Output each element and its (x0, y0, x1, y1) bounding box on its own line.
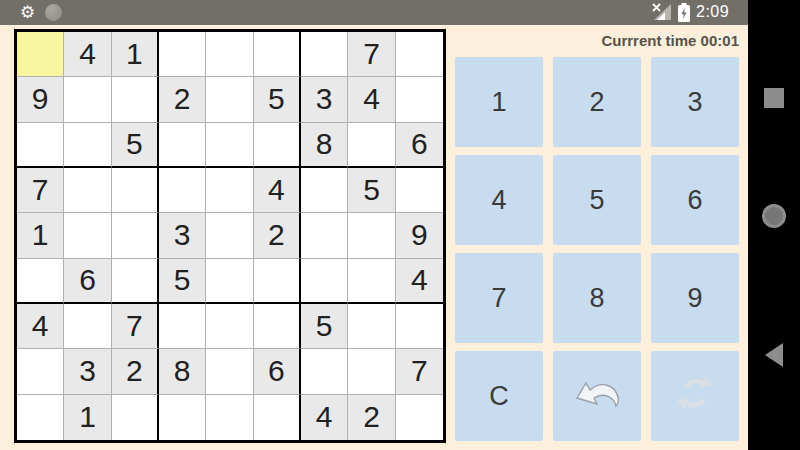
sudoku-cell-r3c3[interactable]: 5 (112, 123, 159, 168)
back-button[interactable] (748, 333, 800, 377)
sudoku-cell-r7c6[interactable] (254, 304, 301, 349)
sudoku-cell-r9c2[interactable]: 1 (64, 395, 111, 440)
sudoku-cell-r1c9[interactable] (396, 32, 443, 77)
key-undo[interactable] (553, 351, 641, 441)
sudoku-cell-r1c4[interactable] (159, 32, 206, 77)
sudoku-cell-r5c9[interactable]: 9 (396, 213, 443, 258)
sudoku-cell-r7c4[interactable] (159, 304, 206, 349)
sudoku-cell-r8c9[interactable]: 7 (396, 349, 443, 394)
key-2[interactable]: 2 (553, 57, 641, 147)
key-9[interactable]: 9 (651, 253, 739, 343)
key-8[interactable]: 8 (553, 253, 641, 343)
sudoku-app: ⚙ 2:09 41792534586745132965447532867142 … (0, 0, 748, 450)
sudoku-cell-r8c5[interactable] (206, 349, 253, 394)
sudoku-cell-r1c3[interactable]: 1 (112, 32, 159, 77)
sudoku-cell-r6c3[interactable] (112, 259, 159, 304)
sudoku-cell-r6c9[interactable]: 4 (396, 259, 443, 304)
sudoku-cell-r6c7[interactable] (301, 259, 348, 304)
notification-dot-icon (45, 4, 62, 21)
sudoku-cell-r8c6[interactable]: 6 (254, 349, 301, 394)
sudoku-cell-r6c1[interactable] (17, 259, 64, 304)
sudoku-cell-r4c8[interactable]: 5 (348, 168, 395, 213)
sudoku-cell-r2c4[interactable]: 2 (159, 77, 206, 122)
sudoku-cell-r9c9[interactable] (396, 395, 443, 440)
sudoku-cell-r2c2[interactable] (64, 77, 111, 122)
no-signal-icon (652, 3, 672, 21)
recents-button[interactable] (748, 76, 800, 120)
sudoku-cell-r2c7[interactable]: 3 (301, 77, 348, 122)
sudoku-cell-r6c4[interactable]: 5 (159, 259, 206, 304)
key-6[interactable]: 6 (651, 155, 739, 245)
sudoku-cell-r2c8[interactable]: 4 (348, 77, 395, 122)
sudoku-cell-r8c2[interactable]: 3 (64, 349, 111, 394)
keypad: 123456789C (455, 57, 739, 441)
sudoku-cell-r7c9[interactable] (396, 304, 443, 349)
sudoku-cell-r6c8[interactable] (348, 259, 395, 304)
sudoku-cell-r1c1[interactable] (17, 32, 64, 77)
sudoku-cell-r4c7[interactable] (301, 168, 348, 213)
sudoku-cell-r6c2[interactable]: 6 (64, 259, 111, 304)
sudoku-board: 41792534586745132965447532867142 (14, 29, 446, 443)
sudoku-cell-r2c6[interactable]: 5 (254, 77, 301, 122)
key-4[interactable]: 4 (455, 155, 543, 245)
sudoku-cell-r1c8[interactable]: 7 (348, 32, 395, 77)
sudoku-cell-r1c2[interactable]: 4 (64, 32, 111, 77)
sudoku-cell-r7c2[interactable] (64, 304, 111, 349)
sudoku-cell-r1c7[interactable] (301, 32, 348, 77)
sudoku-cell-r8c8[interactable] (348, 349, 395, 394)
home-circle-icon (762, 204, 786, 228)
sudoku-cell-r4c3[interactable] (112, 168, 159, 213)
sudoku-cell-r8c3[interactable]: 2 (112, 349, 159, 394)
sudoku-cell-r5c8[interactable] (348, 213, 395, 258)
sudoku-cell-r2c3[interactable] (112, 77, 159, 122)
sudoku-cell-r6c6[interactable] (254, 259, 301, 304)
sudoku-cell-r5c1[interactable]: 1 (17, 213, 64, 258)
sudoku-cell-r4c4[interactable] (159, 168, 206, 213)
sudoku-cell-r7c8[interactable] (348, 304, 395, 349)
sudoku-cell-r4c1[interactable]: 7 (17, 168, 64, 213)
sudoku-cell-r3c9[interactable]: 6 (396, 123, 443, 168)
sudoku-cell-r3c1[interactable] (17, 123, 64, 168)
sudoku-cell-r8c1[interactable] (17, 349, 64, 394)
sudoku-cell-r9c8[interactable]: 2 (348, 395, 395, 440)
sudoku-cell-r3c2[interactable] (64, 123, 111, 168)
key-redo[interactable] (651, 351, 739, 441)
sudoku-cell-r4c5[interactable] (206, 168, 253, 213)
sudoku-cell-r7c3[interactable]: 7 (112, 304, 159, 349)
sudoku-cell-r5c6[interactable]: 2 (254, 213, 301, 258)
sudoku-cell-r2c5[interactable] (206, 77, 253, 122)
redo-icon (674, 373, 716, 420)
sudoku-cell-r3c6[interactable] (254, 123, 301, 168)
sudoku-cell-r2c1[interactable]: 9 (17, 77, 64, 122)
sudoku-cell-r7c5[interactable] (206, 304, 253, 349)
battery-charging-icon (678, 3, 690, 22)
sudoku-cell-r5c2[interactable] (64, 213, 111, 258)
sudoku-cell-r9c6[interactable] (254, 395, 301, 440)
key-5[interactable]: 5 (553, 155, 641, 245)
undo-icon (571, 374, 623, 419)
sudoku-cell-r4c6[interactable]: 4 (254, 168, 301, 213)
sudoku-cell-r2c9[interactable] (396, 77, 443, 122)
sudoku-cell-r6c5[interactable] (206, 259, 253, 304)
key-3[interactable]: 3 (651, 57, 739, 147)
gear-icon: ⚙ (20, 2, 35, 23)
sudoku-cell-r1c6[interactable] (254, 32, 301, 77)
sudoku-cell-r8c4[interactable]: 8 (159, 349, 206, 394)
sudoku-cell-r9c3[interactable] (112, 395, 159, 440)
recents-square-icon (764, 88, 784, 108)
sudoku-cell-r1c5[interactable] (206, 32, 253, 77)
sudoku-cell-r5c4[interactable]: 3 (159, 213, 206, 258)
status-time: 2:09 (696, 3, 729, 21)
key-1[interactable]: 1 (455, 57, 543, 147)
back-triangle-icon (765, 343, 783, 367)
sudoku-cell-r5c7[interactable] (301, 213, 348, 258)
sudoku-cell-r9c4[interactable] (159, 395, 206, 440)
sudoku-cell-r4c9[interactable] (396, 168, 443, 213)
sudoku-cell-r7c7[interactable]: 5 (301, 304, 348, 349)
android-nav-bar (748, 0, 800, 450)
sudoku-cell-r4c2[interactable] (64, 168, 111, 213)
sudoku-cell-r3c4[interactable] (159, 123, 206, 168)
sudoku-cell-r7c1[interactable]: 4 (17, 304, 64, 349)
key-clear[interactable]: C (455, 351, 543, 441)
sudoku-cell-r8c7[interactable] (301, 349, 348, 394)
status-bar: ⚙ 2:09 (0, 0, 748, 25)
timer-label: Currrent time 00:01 (455, 32, 739, 49)
home-button[interactable] (748, 194, 800, 238)
sudoku-cell-r5c3[interactable] (112, 213, 159, 258)
sudoku-cell-r3c7[interactable]: 8 (301, 123, 348, 168)
key-7[interactable]: 7 (455, 253, 543, 343)
sudoku-cell-r3c8[interactable] (348, 123, 395, 168)
sudoku-cell-r9c7[interactable]: 4 (301, 395, 348, 440)
sudoku-cell-r5c5[interactable] (206, 213, 253, 258)
sudoku-cell-r3c5[interactable] (206, 123, 253, 168)
sudoku-cell-r9c5[interactable] (206, 395, 253, 440)
sudoku-cell-r9c1[interactable] (17, 395, 64, 440)
